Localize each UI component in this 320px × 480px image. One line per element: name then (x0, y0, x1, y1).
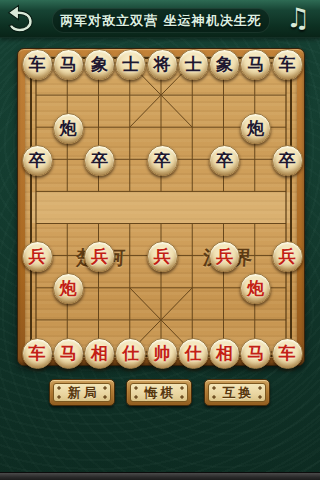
piece-red-兵[interactable]: 兵 (22, 241, 53, 272)
piece-red-马[interactable]: 马 (240, 338, 271, 369)
piece-black-炮[interactable]: 炮 (53, 113, 84, 144)
piece-red-兵[interactable]: 兵 (84, 241, 115, 272)
undo-move-button[interactable]: 悔棋 (126, 379, 192, 406)
piece-red-马[interactable]: 马 (53, 338, 84, 369)
piece-red-兵[interactable]: 兵 (272, 241, 303, 272)
piece-black-车[interactable]: 车 (272, 49, 303, 80)
piece-red-相[interactable]: 相 (84, 338, 115, 369)
xiangqi-board[interactable]: 楚河 汉界 车马象士将士象马车炮炮卒卒卒卒卒兵兵兵兵兵炮炮车马相仕帅仕相马车 (17, 48, 305, 366)
undo-move-button-label: 悔棋 (130, 383, 188, 402)
piece-red-仕[interactable]: 仕 (115, 338, 146, 369)
back-arrow-icon (5, 19, 39, 38)
piece-red-兵[interactable]: 兵 (147, 241, 178, 272)
piece-black-士[interactable]: 士 (178, 49, 209, 80)
piece-red-车[interactable]: 车 (22, 338, 53, 369)
piece-red-帅[interactable]: 帅 (147, 338, 178, 369)
piece-black-士[interactable]: 士 (115, 49, 146, 80)
music-toggle-button[interactable]: ♫ (284, 2, 312, 34)
piece-red-兵[interactable]: 兵 (209, 241, 240, 272)
piece-red-相[interactable]: 相 (209, 338, 240, 369)
level-title: 两军对敌立双营 坐运神机决生死 (60, 12, 262, 30)
new-game-button[interactable]: 新局 (49, 379, 115, 406)
piece-red-车[interactable]: 车 (272, 338, 303, 369)
xiangqi-app-screen: 两军对敌立双营 坐运神机决生死 ♫ (0, 0, 320, 480)
piece-black-象[interactable]: 象 (84, 49, 115, 80)
new-game-button-label: 新局 (53, 383, 111, 402)
piece-black-马[interactable]: 马 (240, 49, 271, 80)
piece-black-炮[interactable]: 炮 (240, 113, 271, 144)
bottom-edge-strip (0, 472, 320, 480)
board-grid-lines (18, 49, 304, 365)
music-note-icon: ♫ (286, 2, 310, 33)
piece-black-象[interactable]: 象 (209, 49, 240, 80)
swap-sides-button[interactable]: 互换 (204, 379, 270, 406)
back-button[interactable] (5, 2, 39, 34)
piece-black-车[interactable]: 车 (22, 49, 53, 80)
piece-red-仕[interactable]: 仕 (178, 338, 209, 369)
level-title-pill: 两军对敌立双营 坐运神机决生死 (52, 8, 270, 33)
top-bar: 两军对敌立双营 坐运神机决生死 ♫ (0, 0, 320, 38)
piece-black-将[interactable]: 将 (147, 49, 178, 80)
piece-black-卒[interactable]: 卒 (209, 145, 240, 176)
piece-red-炮[interactable]: 炮 (53, 273, 84, 304)
piece-black-卒[interactable]: 卒 (84, 145, 115, 176)
piece-black-卒[interactable]: 卒 (147, 145, 178, 176)
piece-black-马[interactable]: 马 (53, 49, 84, 80)
piece-black-卒[interactable]: 卒 (22, 145, 53, 176)
swap-sides-button-label: 互换 (208, 383, 266, 402)
piece-black-卒[interactable]: 卒 (272, 145, 303, 176)
